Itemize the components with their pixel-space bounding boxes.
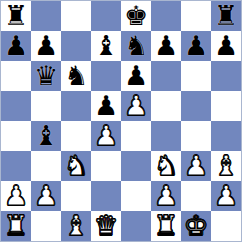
square-g7[interactable]: ♟ <box>181 31 211 61</box>
piece-white-pawn[interactable]: ♟ <box>154 182 178 209</box>
piece-white-pawn[interactable]: ♟ <box>184 152 208 179</box>
piece-white-rook[interactable]: ♜ <box>4 212 28 239</box>
piece-white-rook[interactable]: ♜ <box>154 212 178 239</box>
square-h5[interactable] <box>211 91 241 121</box>
square-a8[interactable]: ♜ <box>1 1 31 31</box>
piece-white-pawn[interactable]: ♟ <box>94 122 118 149</box>
square-h1[interactable] <box>211 211 241 241</box>
piece-white-bishop[interactable]: ♝ <box>64 212 88 239</box>
piece-black-bishop[interactable]: ♝ <box>94 32 118 59</box>
square-e5[interactable]: ♟ <box>121 91 151 121</box>
square-b8[interactable] <box>31 1 61 31</box>
square-c3[interactable]: ♞ <box>61 151 91 181</box>
piece-black-king[interactable]: ♚ <box>124 2 148 29</box>
piece-black-rook[interactable]: ♜ <box>4 2 28 29</box>
square-a6[interactable] <box>1 61 31 91</box>
piece-black-knight[interactable]: ♞ <box>64 62 88 89</box>
piece-white-king[interactable]: ♚ <box>184 212 208 239</box>
piece-black-pawn[interactable]: ♟ <box>34 32 58 59</box>
piece-black-queen[interactable]: ♛ <box>34 62 58 89</box>
piece-white-pawn[interactable]: ♟ <box>4 182 28 209</box>
square-f7[interactable]: ♟ <box>151 31 181 61</box>
square-f2[interactable]: ♟ <box>151 181 181 211</box>
piece-white-pawn[interactable]: ♟ <box>34 182 58 209</box>
square-h2[interactable]: ♟ <box>211 181 241 211</box>
piece-white-bishop[interactable]: ♝ <box>214 152 238 179</box>
square-h7[interactable]: ♟ <box>211 31 241 61</box>
square-b6[interactable]: ♛ <box>31 61 61 91</box>
piece-black-pawn[interactable]: ♟ <box>4 32 28 59</box>
square-a7[interactable]: ♟ <box>1 31 31 61</box>
piece-black-pawn[interactable]: ♟ <box>184 32 208 59</box>
square-b4[interactable]: ♝ <box>31 121 61 151</box>
piece-white-knight[interactable]: ♞ <box>64 152 88 179</box>
piece-black-bishop[interactable]: ♝ <box>34 122 58 149</box>
piece-white-queen[interactable]: ♛ <box>94 212 118 239</box>
square-c4[interactable] <box>61 121 91 151</box>
square-d8[interactable] <box>91 1 121 31</box>
square-a3[interactable] <box>1 151 31 181</box>
square-d3[interactable] <box>91 151 121 181</box>
square-g4[interactable] <box>181 121 211 151</box>
square-c1[interactable]: ♝ <box>61 211 91 241</box>
piece-black-pawn[interactable]: ♟ <box>214 32 238 59</box>
square-c6[interactable]: ♞ <box>61 61 91 91</box>
piece-black-knight[interactable]: ♞ <box>124 32 148 59</box>
square-c2[interactable] <box>61 181 91 211</box>
square-d6[interactable] <box>91 61 121 91</box>
piece-white-pawn[interactable]: ♟ <box>214 182 238 209</box>
square-b1[interactable] <box>31 211 61 241</box>
piece-white-knight[interactable]: ♞ <box>154 152 178 179</box>
square-g5[interactable] <box>181 91 211 121</box>
square-h8[interactable]: ♜ <box>211 1 241 31</box>
square-e6[interactable]: ♟ <box>121 61 151 91</box>
square-e2[interactable] <box>121 181 151 211</box>
square-e3[interactable] <box>121 151 151 181</box>
square-c8[interactable] <box>61 1 91 31</box>
square-c7[interactable] <box>61 31 91 61</box>
square-h3[interactable]: ♝ <box>211 151 241 181</box>
square-d1[interactable]: ♛ <box>91 211 121 241</box>
square-e1[interactable] <box>121 211 151 241</box>
piece-black-pawn[interactable]: ♟ <box>154 32 178 59</box>
chess-board: ♜♚♜♟♟♝♞♟♟♟♛♞♟♟♟♝♟♞♞♟♝♟♟♟♟♜♝♛♜♚ <box>0 0 242 242</box>
square-h6[interactable] <box>211 61 241 91</box>
square-b5[interactable] <box>31 91 61 121</box>
square-d4[interactable]: ♟ <box>91 121 121 151</box>
piece-black-pawn[interactable]: ♟ <box>124 62 148 89</box>
piece-black-rook[interactable]: ♜ <box>214 2 238 29</box>
square-a5[interactable] <box>1 91 31 121</box>
square-g8[interactable] <box>181 1 211 31</box>
square-e8[interactable]: ♚ <box>121 1 151 31</box>
square-d2[interactable] <box>91 181 121 211</box>
square-g3[interactable]: ♟ <box>181 151 211 181</box>
square-d5[interactable]: ♟ <box>91 91 121 121</box>
square-f4[interactable] <box>151 121 181 151</box>
square-a1[interactable]: ♜ <box>1 211 31 241</box>
square-b2[interactable]: ♟ <box>31 181 61 211</box>
square-f6[interactable] <box>151 61 181 91</box>
square-f3[interactable]: ♞ <box>151 151 181 181</box>
square-b3[interactable] <box>31 151 61 181</box>
square-c5[interactable] <box>61 91 91 121</box>
square-g1[interactable]: ♚ <box>181 211 211 241</box>
square-a2[interactable]: ♟ <box>1 181 31 211</box>
square-g6[interactable] <box>181 61 211 91</box>
square-e7[interactable]: ♞ <box>121 31 151 61</box>
square-d7[interactable]: ♝ <box>91 31 121 61</box>
piece-black-pawn[interactable]: ♟ <box>94 92 118 119</box>
square-a4[interactable] <box>1 121 31 151</box>
piece-white-pawn[interactable]: ♟ <box>124 92 148 119</box>
square-e4[interactable] <box>121 121 151 151</box>
square-h4[interactable] <box>211 121 241 151</box>
square-f8[interactable] <box>151 1 181 31</box>
square-f5[interactable] <box>151 91 181 121</box>
square-g2[interactable] <box>181 181 211 211</box>
square-b7[interactable]: ♟ <box>31 31 61 61</box>
square-f1[interactable]: ♜ <box>151 211 181 241</box>
